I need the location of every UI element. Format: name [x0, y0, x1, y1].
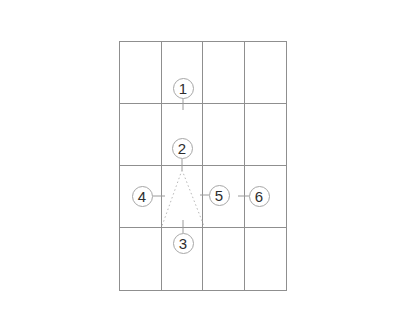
diagram-canvas: 1 2 3 4 5 6	[0, 0, 400, 330]
callout-marker-2: 2	[172, 138, 193, 159]
grid-cell	[245, 104, 287, 166]
callout-marker-6: 6	[249, 186, 270, 207]
grid-cell	[203, 42, 245, 104]
callout-marker-1: 1	[173, 78, 194, 99]
callout-marker-4: 4	[132, 186, 153, 207]
grid-cell	[120, 228, 162, 290]
callout-marker-3: 3	[173, 233, 194, 254]
grid-cell	[162, 166, 204, 228]
grid-cell	[203, 228, 245, 290]
grid-cell	[245, 228, 287, 290]
grid-cell	[120, 104, 162, 166]
grid-cell	[245, 42, 287, 104]
grid-cell	[203, 104, 245, 166]
grid-board	[119, 41, 287, 291]
grid-cell	[120, 42, 162, 104]
callout-marker-5: 5	[209, 185, 230, 206]
